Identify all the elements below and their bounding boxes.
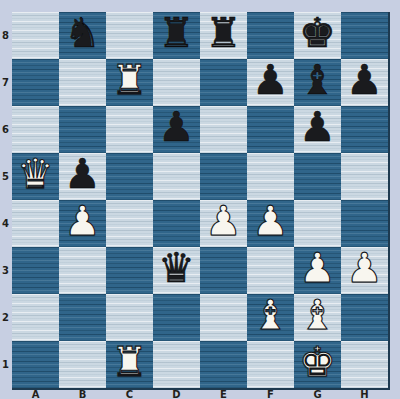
square-h8[interactable] bbox=[341, 12, 388, 59]
white-king[interactable]: ♚ bbox=[299, 341, 336, 386]
square-b4[interactable]: ♟ bbox=[59, 200, 106, 247]
rank-label-6: 6 bbox=[0, 106, 11, 153]
square-a3[interactable] bbox=[12, 247, 59, 294]
square-c3[interactable] bbox=[106, 247, 153, 294]
chess-board: ♞♜♜♚♜♟♝♟♟♟♛♟♟♟♟♛♟♟♝♝♜♚ bbox=[12, 12, 390, 390]
chess-diagram-page: ♞♜♜♚♜♟♝♟♟♟♛♟♟♟♟♛♟♟♝♝♜♚ 87654321 ABCDEFGH bbox=[0, 0, 400, 399]
file-label-c: C bbox=[106, 389, 153, 399]
file-label-f: F bbox=[247, 389, 294, 399]
file-label-e: E bbox=[200, 389, 247, 399]
square-c7[interactable]: ♜ bbox=[106, 59, 153, 106]
black-pawn[interactable]: ♟ bbox=[64, 153, 101, 198]
file-label-g: G bbox=[294, 389, 341, 399]
square-a6[interactable] bbox=[12, 106, 59, 153]
white-rook[interactable]: ♜ bbox=[111, 341, 148, 386]
white-bishop[interactable]: ♝ bbox=[299, 294, 336, 339]
white-pawn[interactable]: ♟ bbox=[346, 247, 383, 292]
black-pawn[interactable]: ♟ bbox=[252, 59, 289, 104]
square-d1[interactable] bbox=[153, 341, 200, 388]
rank-label-1: 1 bbox=[0, 341, 11, 388]
square-g8[interactable]: ♚ bbox=[294, 12, 341, 59]
square-e1[interactable] bbox=[200, 341, 247, 388]
white-pawn[interactable]: ♟ bbox=[299, 247, 336, 292]
square-g5[interactable] bbox=[294, 153, 341, 200]
square-a5[interactable]: ♛ bbox=[12, 153, 59, 200]
rank-label-5: 5 bbox=[0, 153, 11, 200]
square-b1[interactable] bbox=[59, 341, 106, 388]
file-label-h: H bbox=[341, 389, 388, 399]
square-a7[interactable] bbox=[12, 59, 59, 106]
black-king[interactable]: ♚ bbox=[299, 12, 336, 57]
square-a4[interactable] bbox=[12, 200, 59, 247]
square-e5[interactable] bbox=[200, 153, 247, 200]
square-f2[interactable]: ♝ bbox=[247, 294, 294, 341]
square-h2[interactable] bbox=[341, 294, 388, 341]
black-bishop[interactable]: ♝ bbox=[299, 59, 336, 104]
black-rook[interactable]: ♜ bbox=[205, 12, 242, 57]
square-b5[interactable]: ♟ bbox=[59, 153, 106, 200]
file-label-b: B bbox=[59, 389, 106, 399]
square-g7[interactable]: ♝ bbox=[294, 59, 341, 106]
square-b6[interactable] bbox=[59, 106, 106, 153]
square-e6[interactable] bbox=[200, 106, 247, 153]
square-f6[interactable] bbox=[247, 106, 294, 153]
square-f8[interactable] bbox=[247, 12, 294, 59]
white-pawn[interactable]: ♟ bbox=[205, 200, 242, 245]
rank-label-2: 2 bbox=[0, 294, 11, 341]
square-c1[interactable]: ♜ bbox=[106, 341, 153, 388]
square-g4[interactable] bbox=[294, 200, 341, 247]
square-d6[interactable]: ♟ bbox=[153, 106, 200, 153]
square-h3[interactable]: ♟ bbox=[341, 247, 388, 294]
square-b3[interactable] bbox=[59, 247, 106, 294]
square-f4[interactable]: ♟ bbox=[247, 200, 294, 247]
square-b8[interactable]: ♞ bbox=[59, 12, 106, 59]
square-b2[interactable] bbox=[59, 294, 106, 341]
square-d7[interactable] bbox=[153, 59, 200, 106]
square-f1[interactable] bbox=[247, 341, 294, 388]
black-pawn[interactable]: ♟ bbox=[299, 106, 336, 151]
square-f5[interactable] bbox=[247, 153, 294, 200]
square-a1[interactable] bbox=[12, 341, 59, 388]
square-e3[interactable] bbox=[200, 247, 247, 294]
square-g1[interactable]: ♚ bbox=[294, 341, 341, 388]
black-rook[interactable]: ♜ bbox=[158, 12, 195, 57]
black-pawn[interactable]: ♟ bbox=[346, 59, 383, 104]
square-b7[interactable] bbox=[59, 59, 106, 106]
square-e4[interactable]: ♟ bbox=[200, 200, 247, 247]
square-d3[interactable]: ♛ bbox=[153, 247, 200, 294]
square-a8[interactable] bbox=[12, 12, 59, 59]
white-queen[interactable]: ♛ bbox=[17, 153, 54, 198]
square-h6[interactable] bbox=[341, 106, 388, 153]
white-rook[interactable]: ♜ bbox=[111, 59, 148, 104]
square-d2[interactable] bbox=[153, 294, 200, 341]
square-h4[interactable] bbox=[341, 200, 388, 247]
square-c4[interactable] bbox=[106, 200, 153, 247]
rank-label-8: 8 bbox=[0, 12, 11, 59]
black-pawn[interactable]: ♟ bbox=[158, 106, 195, 151]
square-d5[interactable] bbox=[153, 153, 200, 200]
square-g2[interactable]: ♝ bbox=[294, 294, 341, 341]
square-f7[interactable]: ♟ bbox=[247, 59, 294, 106]
square-e2[interactable] bbox=[200, 294, 247, 341]
square-c2[interactable] bbox=[106, 294, 153, 341]
square-e7[interactable] bbox=[200, 59, 247, 106]
square-d4[interactable] bbox=[153, 200, 200, 247]
square-h5[interactable] bbox=[341, 153, 388, 200]
file-label-a: A bbox=[12, 389, 59, 399]
square-c6[interactable] bbox=[106, 106, 153, 153]
rank-label-4: 4 bbox=[0, 200, 11, 247]
white-pawn[interactable]: ♟ bbox=[252, 200, 289, 245]
square-c8[interactable] bbox=[106, 12, 153, 59]
square-d8[interactable]: ♜ bbox=[153, 12, 200, 59]
square-f3[interactable] bbox=[247, 247, 294, 294]
black-queen[interactable]: ♛ bbox=[158, 247, 195, 292]
white-pawn[interactable]: ♟ bbox=[64, 200, 101, 245]
square-h7[interactable]: ♟ bbox=[341, 59, 388, 106]
rank-label-3: 3 bbox=[0, 247, 11, 294]
black-knight[interactable]: ♞ bbox=[64, 12, 101, 57]
file-label-d: D bbox=[153, 389, 200, 399]
square-c5[interactable] bbox=[106, 153, 153, 200]
rank-label-7: 7 bbox=[0, 59, 11, 106]
square-e8[interactable]: ♜ bbox=[200, 12, 247, 59]
square-g6[interactable]: ♟ bbox=[294, 106, 341, 153]
square-h1[interactable] bbox=[341, 341, 388, 388]
white-bishop[interactable]: ♝ bbox=[252, 294, 289, 339]
square-g3[interactable]: ♟ bbox=[294, 247, 341, 294]
square-a2[interactable] bbox=[12, 294, 59, 341]
